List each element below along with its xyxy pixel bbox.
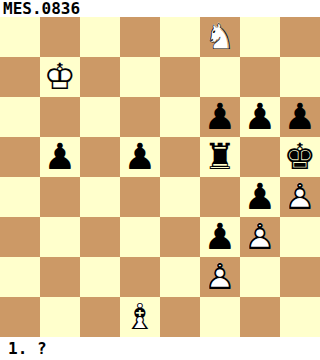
square-h8[interactable] [280, 17, 320, 57]
square-g3[interactable]: ♟♙ [240, 217, 280, 257]
square-d7[interactable] [120, 57, 160, 97]
square-d3[interactable] [120, 217, 160, 257]
square-a1[interactable] [0, 297, 40, 337]
square-h1[interactable] [280, 297, 320, 337]
puzzle-id-title: MES.0836 [3, 0, 80, 17]
square-c1[interactable] [80, 297, 120, 337]
square-e1[interactable] [160, 297, 200, 337]
square-b1[interactable] [40, 297, 80, 337]
square-a3[interactable] [0, 217, 40, 257]
square-a5[interactable] [0, 137, 40, 177]
white-knight-piece: ♘ [200, 15, 240, 55]
black-pawn-piece: ♟ [120, 135, 160, 175]
square-f1[interactable] [200, 297, 240, 337]
square-e5[interactable] [160, 137, 200, 177]
square-d6[interactable] [120, 97, 160, 137]
white-pawn-piece: ♙ [200, 255, 240, 295]
square-h5[interactable]: ♚ [280, 137, 320, 177]
square-f8[interactable]: ♞♘ [200, 17, 240, 57]
white-pawn-piece: ♙ [280, 175, 320, 215]
black-king-piece: ♚ [280, 135, 320, 175]
square-g6[interactable]: ♟ [240, 97, 280, 137]
white-king-piece: ♔ [40, 55, 80, 95]
white-pawn-piece: ♙ [240, 215, 280, 255]
square-d5[interactable]: ♟ [120, 137, 160, 177]
square-f6[interactable]: ♟ [200, 97, 240, 137]
square-c7[interactable] [80, 57, 120, 97]
square-e2[interactable] [160, 257, 200, 297]
square-b4[interactable] [40, 177, 80, 217]
square-g5[interactable] [240, 137, 280, 177]
square-f3[interactable]: ♟ [200, 217, 240, 257]
square-c8[interactable] [80, 17, 120, 57]
square-e4[interactable] [160, 177, 200, 217]
square-e8[interactable] [160, 17, 200, 57]
square-c4[interactable] [80, 177, 120, 217]
white-pawn-piece-fill: ♟ [200, 255, 240, 295]
chess-board: ♞♘♚♔♟♟♟♟♟♜♚♟♟♙♟♟♙♟♙♝♗ [0, 17, 320, 337]
square-b3[interactable] [40, 217, 80, 257]
white-bishop-piece-fill: ♝ [120, 295, 160, 335]
white-pawn-piece-fill: ♟ [280, 175, 320, 215]
square-c2[interactable] [80, 257, 120, 297]
square-f2[interactable]: ♟♙ [200, 257, 240, 297]
square-a4[interactable] [0, 177, 40, 217]
square-c3[interactable] [80, 217, 120, 257]
black-pawn-piece: ♟ [200, 95, 240, 135]
move-prompt: 1. ? [8, 339, 47, 360]
square-e7[interactable] [160, 57, 200, 97]
square-f7[interactable] [200, 57, 240, 97]
square-c6[interactable] [80, 97, 120, 137]
square-b7[interactable]: ♚♔ [40, 57, 80, 97]
square-a8[interactable] [0, 17, 40, 57]
black-pawn-piece: ♟ [200, 215, 240, 255]
white-knight-piece-fill: ♞ [200, 15, 240, 55]
black-pawn-piece: ♟ [280, 95, 320, 135]
square-c5[interactable] [80, 137, 120, 177]
square-h2[interactable] [280, 257, 320, 297]
square-d8[interactable] [120, 17, 160, 57]
square-f4[interactable] [200, 177, 240, 217]
square-g8[interactable] [240, 17, 280, 57]
black-pawn-piece: ♟ [40, 135, 80, 175]
black-rook-piece: ♜ [200, 135, 240, 175]
square-h4[interactable]: ♟♙ [280, 177, 320, 217]
white-bishop-piece: ♗ [120, 295, 160, 335]
square-b2[interactable] [40, 257, 80, 297]
white-pawn-piece-fill: ♟ [240, 215, 280, 255]
black-pawn-piece: ♟ [240, 95, 280, 135]
square-a2[interactable] [0, 257, 40, 297]
square-e6[interactable] [160, 97, 200, 137]
square-g7[interactable] [240, 57, 280, 97]
square-g4[interactable]: ♟ [240, 177, 280, 217]
square-a6[interactable] [0, 97, 40, 137]
square-b5[interactable]: ♟ [40, 137, 80, 177]
square-b6[interactable] [40, 97, 80, 137]
white-king-piece-fill: ♚ [40, 55, 80, 95]
square-b8[interactable] [40, 17, 80, 57]
square-f5[interactable]: ♜ [200, 137, 240, 177]
square-d4[interactable] [120, 177, 160, 217]
black-pawn-piece: ♟ [240, 175, 280, 215]
square-h6[interactable]: ♟ [280, 97, 320, 137]
square-d1[interactable]: ♝♗ [120, 297, 160, 337]
square-d2[interactable] [120, 257, 160, 297]
square-h3[interactable] [280, 217, 320, 257]
square-a7[interactable] [0, 57, 40, 97]
square-g1[interactable] [240, 297, 280, 337]
square-e3[interactable] [160, 217, 200, 257]
square-g2[interactable] [240, 257, 280, 297]
square-h7[interactable] [280, 57, 320, 97]
